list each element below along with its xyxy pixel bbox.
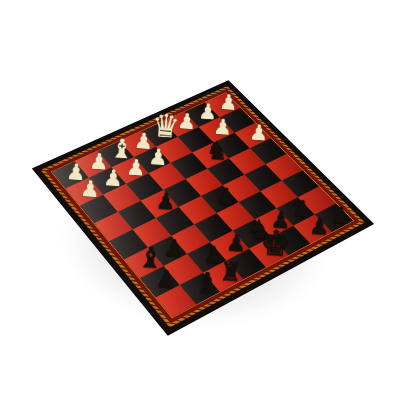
- black-rook-glyph: ♜: [218, 259, 242, 286]
- white-pawn-glyph: ♟: [249, 121, 269, 143]
- black-bishop-glyph: ♝: [193, 268, 221, 299]
- black-rook-c8[interactable]: ♜: [219, 278, 242, 290]
- white-queen-glyph: ♛: [150, 109, 180, 142]
- black-pawn-g8[interactable]: ♟: [309, 231, 331, 242]
- white-pawn-glyph: ♟: [148, 145, 169, 168]
- black-pawn-glyph: ♟: [225, 230, 247, 254]
- black-knight-glyph: ♞: [205, 138, 229, 164]
- photo-stage: ♟♟♝♟♛♟♟♟♟♟♟♟♟♞♟♟♟♝♟♟♟♟♞♟♟♝♜♚♟♟: [0, 0, 400, 400]
- black-pawn-glyph: ♟: [155, 266, 178, 291]
- white-pawn-glyph: ♟: [213, 116, 233, 138]
- white-pawn-glyph: ♟: [80, 177, 102, 201]
- black-pawn-glyph: ♟: [163, 236, 185, 261]
- black-king-glyph: ♚: [259, 225, 293, 262]
- white-pawn-glyph: ♟: [103, 166, 124, 189]
- black-pawn-glyph: ♟: [155, 189, 177, 213]
- black-pawn-glyph: ♟: [216, 184, 237, 208]
- black-pawn-glyph: ♟: [330, 203, 352, 227]
- black-king-e8[interactable]: ♚: [265, 254, 287, 266]
- black-bishop-b8[interactable]: ♝: [195, 291, 219, 304]
- white-pawn-glyph: ♟: [219, 91, 239, 113]
- white-pawn-glyph: ♟: [126, 156, 147, 179]
- black-pawn-h8[interactable]: ♟: [331, 220, 352, 231]
- black-pawn-glyph: ♟: [309, 214, 331, 238]
